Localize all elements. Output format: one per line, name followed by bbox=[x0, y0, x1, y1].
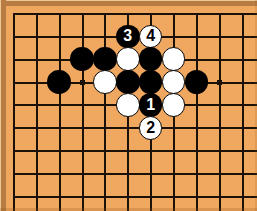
white-stone bbox=[162, 70, 186, 94]
intersection-3-7[interactable] bbox=[48, 139, 71, 162]
black-stone bbox=[47, 70, 71, 94]
intersection-11-3[interactable] bbox=[231, 48, 254, 71]
intersection-3-5[interactable] bbox=[48, 94, 71, 117]
white-stone bbox=[93, 70, 117, 94]
intersection-2-5[interactable] bbox=[25, 94, 48, 117]
intersection-8-3[interactable] bbox=[162, 48, 185, 71]
move-number-2: 2 bbox=[146, 120, 155, 136]
intersection-6-9[interactable] bbox=[116, 185, 139, 208]
intersection-3-9[interactable] bbox=[48, 185, 71, 208]
intersection-2-8[interactable] bbox=[25, 162, 48, 185]
intersection-4-7[interactable] bbox=[71, 139, 94, 162]
black-stone: 1 bbox=[139, 93, 163, 117]
intersection-2-7[interactable] bbox=[25, 139, 48, 162]
black-stone bbox=[70, 47, 94, 71]
white-stone: 2 bbox=[139, 116, 163, 140]
black-stone bbox=[93, 47, 117, 71]
intersection-6-3[interactable] bbox=[116, 48, 139, 71]
intersection-2-9[interactable] bbox=[25, 185, 48, 208]
intersection-9-2[interactable] bbox=[185, 25, 208, 48]
intersection-3-4[interactable] bbox=[48, 71, 71, 94]
intersection-9-5[interactable] bbox=[185, 94, 208, 117]
board-crop-edge-bottom bbox=[0, 208, 257, 211]
intersection-6-6[interactable] bbox=[116, 116, 139, 139]
intersection-5-7[interactable] bbox=[94, 139, 117, 162]
board-frame-top bbox=[0, 0, 257, 6]
intersection-5-8[interactable] bbox=[94, 162, 117, 185]
intersection-10-7[interactable] bbox=[208, 139, 231, 162]
intersection-7-8[interactable] bbox=[139, 162, 162, 185]
intersection-4-9[interactable] bbox=[71, 185, 94, 208]
intersection-9-3[interactable] bbox=[185, 48, 208, 71]
intersection-10-6[interactable] bbox=[208, 116, 231, 139]
intersection-5-3[interactable] bbox=[94, 48, 117, 71]
white-stone bbox=[116, 93, 140, 117]
intersection-6-2[interactable]: 3 bbox=[116, 25, 139, 48]
intersection-2-4[interactable] bbox=[25, 71, 48, 94]
black-stone bbox=[116, 70, 140, 94]
intersection-8-2[interactable] bbox=[162, 25, 185, 48]
intersection-3-2[interactable] bbox=[48, 25, 71, 48]
intersection-10-2[interactable] bbox=[208, 25, 231, 48]
intersection-7-6[interactable]: 2 bbox=[139, 116, 162, 139]
intersection-11-5[interactable] bbox=[231, 94, 254, 117]
intersection-2-3[interactable] bbox=[25, 48, 48, 71]
intersection-10-8[interactable] bbox=[208, 162, 231, 185]
go-board: 3412 bbox=[0, 0, 257, 211]
intersection-3-6[interactable] bbox=[48, 116, 71, 139]
intersection-5-9[interactable] bbox=[94, 185, 117, 208]
intersection-9-8[interactable] bbox=[185, 162, 208, 185]
intersection-8-8[interactable] bbox=[162, 162, 185, 185]
intersection-7-3[interactable] bbox=[139, 48, 162, 71]
intersection-10-4[interactable] bbox=[208, 71, 231, 94]
intersection-4-6[interactable] bbox=[71, 116, 94, 139]
intersection-6-7[interactable] bbox=[116, 139, 139, 162]
intersection-4-5[interactable] bbox=[71, 94, 94, 117]
intersection-3-8[interactable] bbox=[48, 162, 71, 185]
intersection-11-8[interactable] bbox=[231, 162, 254, 185]
intersection-9-6[interactable] bbox=[185, 116, 208, 139]
intersection-10-9[interactable] bbox=[208, 185, 231, 208]
intersection-5-4[interactable] bbox=[94, 71, 117, 94]
white-stone bbox=[162, 93, 186, 117]
intersection-8-6[interactable] bbox=[162, 116, 185, 139]
white-stone bbox=[162, 47, 186, 71]
intersection-7-5[interactable]: 1 bbox=[139, 94, 162, 117]
intersection-10-5[interactable] bbox=[208, 94, 231, 117]
board-crop-edge-right bbox=[255, 0, 257, 211]
intersection-5-5[interactable] bbox=[94, 94, 117, 117]
intersection-4-8[interactable] bbox=[71, 162, 94, 185]
black-stone bbox=[139, 70, 163, 94]
white-stone: 4 bbox=[139, 25, 163, 49]
intersection-6-4[interactable] bbox=[116, 71, 139, 94]
intersection-4-2[interactable] bbox=[71, 25, 94, 48]
intersection-2-2[interactable] bbox=[25, 25, 48, 48]
intersection-11-9[interactable] bbox=[231, 185, 254, 208]
white-stone bbox=[116, 47, 140, 71]
intersection-7-7[interactable] bbox=[139, 139, 162, 162]
intersection-9-9[interactable] bbox=[185, 185, 208, 208]
stone-grid: 3412 bbox=[2, 2, 253, 208]
intersection-4-3[interactable] bbox=[71, 48, 94, 71]
intersection-7-9[interactable] bbox=[139, 185, 162, 208]
intersection-9-7[interactable] bbox=[185, 139, 208, 162]
intersection-11-4[interactable] bbox=[231, 71, 254, 94]
intersection-5-6[interactable] bbox=[94, 116, 117, 139]
move-number-1: 1 bbox=[146, 97, 155, 113]
black-stone bbox=[139, 47, 163, 71]
intersection-8-9[interactable] bbox=[162, 185, 185, 208]
intersection-11-2[interactable] bbox=[231, 25, 254, 48]
black-stone: 3 bbox=[116, 25, 140, 49]
intersection-4-4[interactable] bbox=[71, 71, 94, 94]
intersection-6-8[interactable] bbox=[116, 162, 139, 185]
intersection-8-7[interactable] bbox=[162, 139, 185, 162]
intersection-8-5[interactable] bbox=[162, 94, 185, 117]
intersection-2-6[interactable] bbox=[25, 116, 48, 139]
move-number-4: 4 bbox=[146, 28, 155, 44]
intersection-7-2[interactable]: 4 bbox=[139, 25, 162, 48]
intersection-8-4[interactable] bbox=[162, 71, 185, 94]
intersection-10-3[interactable] bbox=[208, 48, 231, 71]
intersection-7-4[interactable] bbox=[139, 71, 162, 94]
intersection-5-2[interactable] bbox=[94, 25, 117, 48]
intersection-6-5[interactable] bbox=[116, 94, 139, 117]
intersection-11-6[interactable] bbox=[231, 116, 254, 139]
intersection-3-3[interactable] bbox=[48, 48, 71, 71]
black-stone bbox=[185, 70, 209, 94]
move-number-3: 3 bbox=[123, 28, 132, 44]
intersection-9-4[interactable] bbox=[185, 71, 208, 94]
intersection-11-7[interactable] bbox=[231, 139, 254, 162]
board-frame-left bbox=[0, 0, 6, 211]
